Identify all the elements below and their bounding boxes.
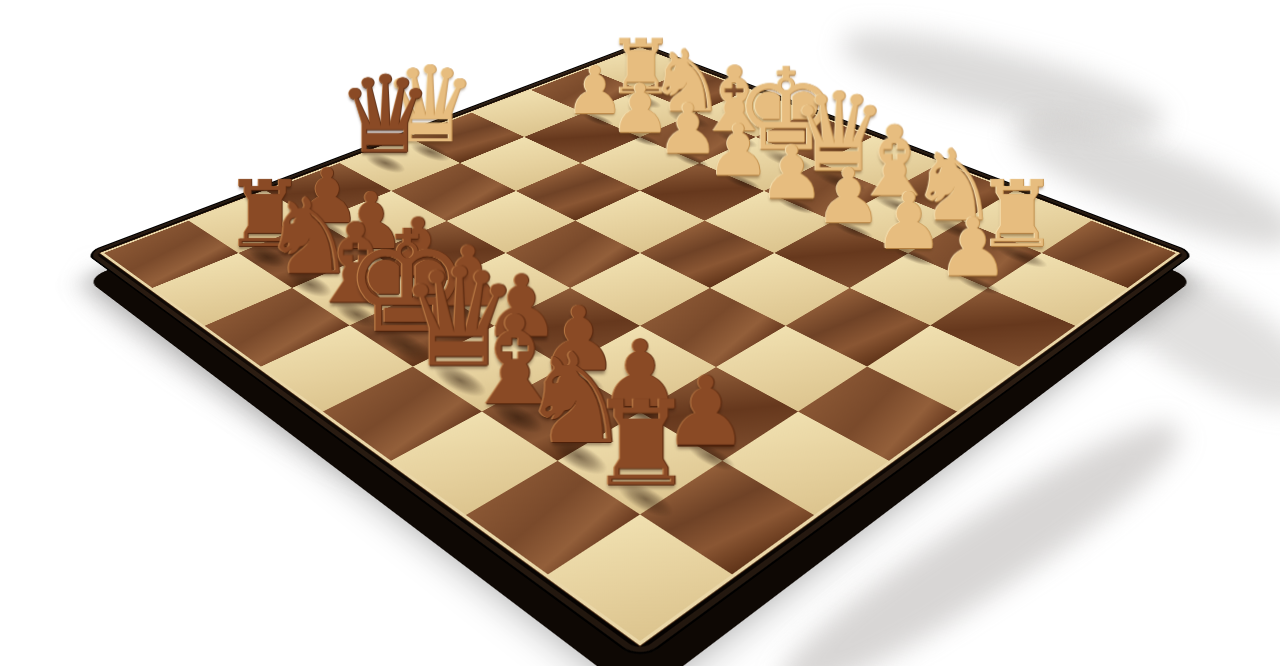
pawn-shadow	[578, 111, 618, 128]
scene: ♜♞♟♝♟♚♟♛♛♟♛♝♟♞♟♟♜♟♟♜♟♟♞♟♝♟♚♟♛♟♝♟♞♜	[0, 0, 1280, 666]
knight-shadow	[663, 109, 715, 131]
chess-set-product-photo: ♜♞♟♝♟♚♟♛♛♟♛♝♟♞♟♟♜♟♟♜♟♟♞♟♝♟♚♟♛♟♝♟♞♜	[0, 0, 1280, 666]
pawn-shadow	[500, 332, 552, 362]
pawn-shadow	[623, 130, 665, 148]
chess-board: ♜♞♟♝♟♚♟♛♛♟♛♝♟♞♟♟♜♟♟♜♟♟♞♟♝♟♚♟♛♟♝♟♞♜	[84, 43, 1196, 663]
rook-shadow	[610, 476, 682, 522]
black-queen-icon: ♛	[357, 250, 562, 387]
king-shadow	[371, 326, 442, 368]
black-bishop-icon: ♝	[260, 209, 452, 320]
queen-shadow	[425, 360, 496, 402]
pawn-shadow	[352, 245, 397, 269]
pawn-shadow	[952, 272, 1006, 298]
queen-shadow	[811, 169, 873, 196]
pawn-shadow	[773, 195, 820, 217]
